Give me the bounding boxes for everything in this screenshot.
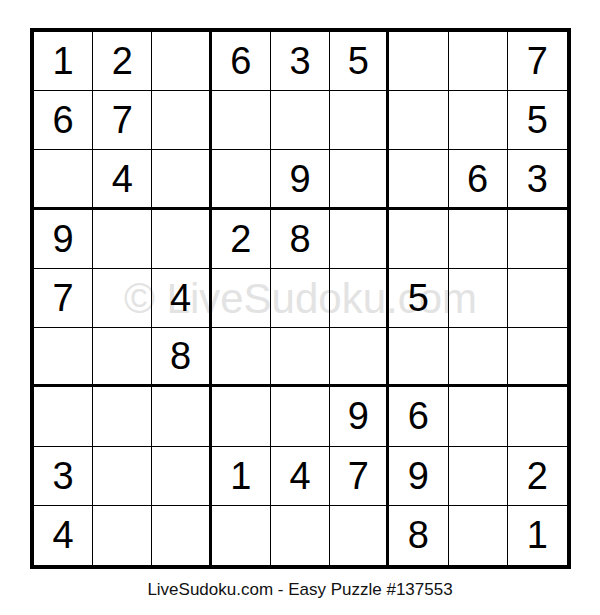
cell-r9c9[interactable]: 1: [508, 506, 567, 565]
given-digit: 3: [527, 160, 548, 198]
cell-r3c5[interactable]: 9: [271, 150, 330, 209]
cell-r8c6[interactable]: 7: [330, 447, 389, 506]
cell-r9c5[interactable]: [271, 506, 330, 565]
cell-r7c6[interactable]: 9: [330, 387, 389, 446]
cell-r4c7[interactable]: [389, 210, 448, 269]
given-digit: 6: [53, 101, 74, 139]
cell-r1c6[interactable]: 5: [330, 32, 389, 91]
given-digit: 1: [230, 457, 251, 495]
sudoku-board: © LiveSudoku.com 12635767549639287458963…: [30, 28, 571, 569]
cell-r6c7[interactable]: [389, 328, 448, 387]
cell-r5c7[interactable]: 5: [389, 269, 448, 328]
cell-r5c8[interactable]: [449, 269, 508, 328]
cell-r3c3[interactable]: [152, 150, 211, 209]
given-digit: 8: [408, 516, 429, 554]
given-digit: 4: [53, 516, 74, 554]
sudoku-grid: 1263576754963928745896314792481: [34, 32, 567, 565]
cell-r9c4[interactable]: [212, 506, 271, 565]
cell-r1c3[interactable]: [152, 32, 211, 91]
cell-r5c1[interactable]: 7: [34, 269, 93, 328]
cell-r4c8[interactable]: [449, 210, 508, 269]
cell-r8c8[interactable]: [449, 447, 508, 506]
cell-r3c1[interactable]: [34, 150, 93, 209]
cell-r1c5[interactable]: 3: [271, 32, 330, 91]
cell-r8c7[interactable]: 9: [389, 447, 448, 506]
given-digit: 4: [289, 457, 310, 495]
cell-r3c8[interactable]: 6: [449, 150, 508, 209]
cell-r4c9[interactable]: [508, 210, 567, 269]
given-digit: 9: [289, 160, 310, 198]
cell-r4c2[interactable]: [93, 210, 152, 269]
cell-r6c6[interactable]: [330, 328, 389, 387]
given-digit: 3: [53, 457, 74, 495]
given-digit: 5: [348, 42, 369, 80]
given-digit: 9: [408, 457, 429, 495]
cell-r8c1[interactable]: 3: [34, 447, 93, 506]
cell-r7c7[interactable]: 6: [389, 387, 448, 446]
cell-r2c5[interactable]: [271, 91, 330, 150]
cell-r9c2[interactable]: [93, 506, 152, 565]
cell-r8c3[interactable]: [152, 447, 211, 506]
cell-r5c4[interactable]: [212, 269, 271, 328]
cell-r4c1[interactable]: 9: [34, 210, 93, 269]
given-digit: 6: [467, 160, 488, 198]
given-digit: 4: [170, 279, 191, 317]
cell-r2c1[interactable]: 6: [34, 91, 93, 150]
cell-r6c5[interactable]: [271, 328, 330, 387]
given-digit: 2: [230, 220, 251, 258]
cell-r1c9[interactable]: 7: [508, 32, 567, 91]
given-digit: 6: [230, 42, 251, 80]
given-digit: 8: [289, 220, 310, 258]
given-digit: 7: [348, 457, 369, 495]
cell-r4c5[interactable]: 8: [271, 210, 330, 269]
cell-r8c4[interactable]: 1: [212, 447, 271, 506]
cell-r1c8[interactable]: [449, 32, 508, 91]
cell-r5c6[interactable]: [330, 269, 389, 328]
cell-r7c5[interactable]: [271, 387, 330, 446]
given-digit: 9: [53, 220, 74, 258]
given-digit: 5: [527, 101, 548, 139]
cell-r1c7[interactable]: [389, 32, 448, 91]
given-digit: 8: [170, 337, 191, 375]
cell-r9c3[interactable]: [152, 506, 211, 565]
cell-r5c2[interactable]: [93, 269, 152, 328]
given-digit: 2: [527, 457, 548, 495]
given-digit: 5: [408, 279, 429, 317]
cell-r2c8[interactable]: [449, 91, 508, 150]
cell-r9c1[interactable]: 4: [34, 506, 93, 565]
cell-r7c4[interactable]: [212, 387, 271, 446]
cell-r7c9[interactable]: [508, 387, 567, 446]
given-digit: 6: [408, 397, 429, 435]
cell-r2c4[interactable]: [212, 91, 271, 150]
cell-r7c8[interactable]: [449, 387, 508, 446]
cell-r6c3[interactable]: 8: [152, 328, 211, 387]
given-digit: 9: [348, 397, 369, 435]
cell-r8c2[interactable]: [93, 447, 152, 506]
cell-r7c2[interactable]: [93, 387, 152, 446]
cell-r6c8[interactable]: [449, 328, 508, 387]
cell-r5c9[interactable]: [508, 269, 567, 328]
cell-r6c4[interactable]: [212, 328, 271, 387]
cell-r1c4[interactable]: 6: [212, 32, 271, 91]
cell-r9c8[interactable]: [449, 506, 508, 565]
cell-r3c7[interactable]: [389, 150, 448, 209]
given-digit: 1: [527, 516, 548, 554]
cell-r4c4[interactable]: 2: [212, 210, 271, 269]
cell-r1c1[interactable]: 1: [34, 32, 93, 91]
cell-r6c9[interactable]: [508, 328, 567, 387]
cell-r3c4[interactable]: [212, 150, 271, 209]
cell-r2c6[interactable]: [330, 91, 389, 150]
cell-r4c6[interactable]: [330, 210, 389, 269]
cell-r3c2[interactable]: 4: [93, 150, 152, 209]
cell-r3c6[interactable]: [330, 150, 389, 209]
given-digit: 2: [112, 42, 133, 80]
cell-r7c1[interactable]: [34, 387, 93, 446]
cell-r7c3[interactable]: [152, 387, 211, 446]
given-digit: 4: [112, 160, 133, 198]
caption: LiveSudoku.com - Easy Puzzle #137553: [0, 580, 600, 600]
cell-r5c5[interactable]: [271, 269, 330, 328]
cell-r2c7[interactable]: [389, 91, 448, 150]
cell-r2c3[interactable]: [152, 91, 211, 150]
cell-r2c2[interactable]: 7: [93, 91, 152, 150]
cell-r9c6[interactable]: [330, 506, 389, 565]
cell-r6c1[interactable]: [34, 328, 93, 387]
cell-r6c2[interactable]: [93, 328, 152, 387]
given-digit: 1: [53, 42, 74, 80]
given-digit: 3: [289, 42, 310, 80]
given-digit: 7: [112, 101, 133, 139]
cell-r8c9[interactable]: 2: [508, 447, 567, 506]
given-digit: 7: [53, 279, 74, 317]
cell-r9c7[interactable]: 8: [389, 506, 448, 565]
cell-r2c9[interactable]: 5: [508, 91, 567, 150]
given-digit: 7: [527, 42, 548, 80]
cell-r3c9[interactable]: 3: [508, 150, 567, 209]
cell-r8c5[interactable]: 4: [271, 447, 330, 506]
cell-r4c3[interactable]: [152, 210, 211, 269]
cell-r1c2[interactable]: 2: [93, 32, 152, 91]
cell-r5c3[interactable]: 4: [152, 269, 211, 328]
